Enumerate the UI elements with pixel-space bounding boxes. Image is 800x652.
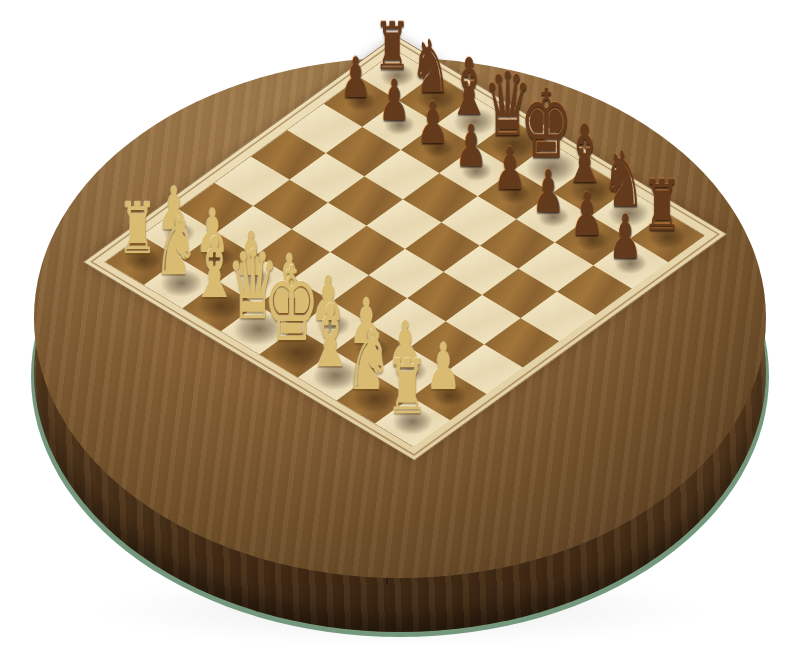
black-pawn-glyph: ♟	[582, 206, 669, 267]
product-photo-scene: ♜♞♝♛♚♝♞♜♟♟♟♟♟♟♟♟♟♟♟♟♟♟♟♟♜♞♝♛♚♝♞♜	[0, 0, 800, 652]
white-rook-glyph: ♜	[364, 350, 451, 425]
